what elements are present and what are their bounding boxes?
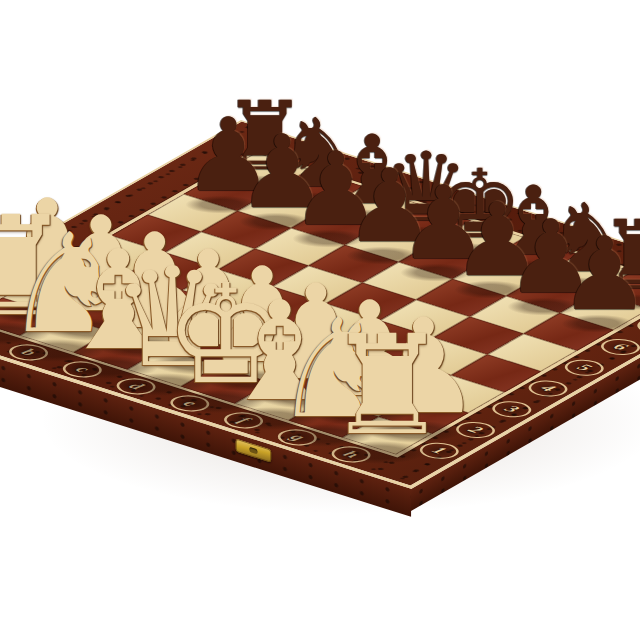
photo-canvas: abcdefgh 12345678 ♜♞♝♛♚♝♞♜♟♟♟♟♟♟♟♟♟♟♟♟♟♟… <box>0 0 640 640</box>
brass-clasp <box>236 438 271 462</box>
